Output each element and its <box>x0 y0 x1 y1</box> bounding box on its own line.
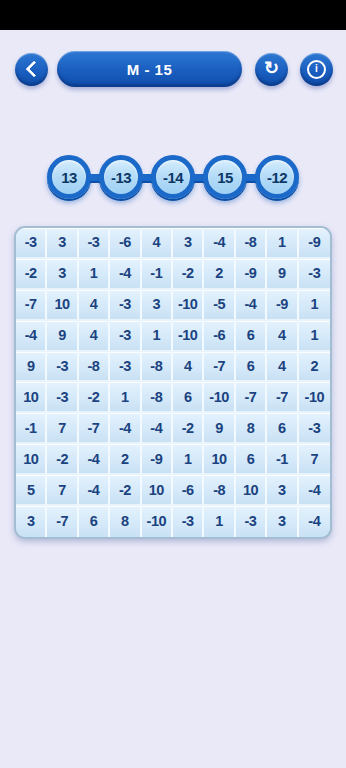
target-token[interactable]: 13 <box>47 155 91 199</box>
grid-cell[interactable]: 10 <box>16 444 47 475</box>
info-button[interactable]: i <box>300 53 333 86</box>
target-token[interactable]: -14 <box>151 155 195 199</box>
grid-cell[interactable]: -7 <box>204 352 235 383</box>
grid-cell[interactable]: 7 <box>299 444 330 475</box>
refresh-button[interactable]: ↻ <box>255 53 288 86</box>
grid-cell[interactable]: 9 <box>204 413 235 444</box>
grid-cell[interactable]: -6 <box>173 475 204 506</box>
grid-cell[interactable]: -7 <box>267 382 298 413</box>
target-value: -13 <box>111 169 131 186</box>
grid-cell[interactable]: 4 <box>79 321 110 352</box>
grid-cell[interactable]: -4 <box>79 444 110 475</box>
target-token[interactable]: 15 <box>203 155 247 199</box>
target-value: 13 <box>61 169 77 186</box>
grid-cell[interactable]: 10 <box>16 382 47 413</box>
grid-cell[interactable]: -2 <box>79 382 110 413</box>
target-token-row: 13-13-1415-12 <box>0 155 346 199</box>
grid-cell[interactable]: 9 <box>16 352 47 383</box>
header: M - 15 ↻ i <box>0 51 346 87</box>
grid-cell[interactable]: 8 <box>110 506 141 537</box>
grid-cell[interactable]: 5 <box>16 475 47 506</box>
grid-cell[interactable]: -4 <box>299 506 330 537</box>
grid-cell[interactable]: -7 <box>79 413 110 444</box>
grid-cell[interactable]: 10 <box>204 444 235 475</box>
grid-cell[interactable]: -4 <box>236 290 267 321</box>
grid-cell[interactable]: 2 <box>204 259 235 290</box>
grid-cell[interactable]: -4 <box>299 475 330 506</box>
chevron-left-icon <box>25 61 42 78</box>
grid-cell[interactable]: -4 <box>110 413 141 444</box>
app-screen: M - 15 ↻ i 13-13-1415-12 -33-3-643-4-81-… <box>0 0 346 768</box>
grid-cell[interactable]: -2 <box>110 475 141 506</box>
grid-cell[interactable]: 10 <box>47 290 78 321</box>
grid-cell[interactable]: -3 <box>79 228 110 259</box>
grid-cell[interactable]: -4 <box>16 321 47 352</box>
grid-cell[interactable]: 3 <box>47 228 78 259</box>
grid-cell[interactable]: -3 <box>299 259 330 290</box>
grid-cell[interactable]: -10 <box>299 382 330 413</box>
grid-cell[interactable]: -8 <box>142 382 173 413</box>
grid-cell[interactable]: -4 <box>79 475 110 506</box>
grid-cell[interactable]: -10 <box>173 290 204 321</box>
target-value: -12 <box>267 169 287 186</box>
grid-cell[interactable]: -3 <box>47 352 78 383</box>
level-title-pill: M - 15 <box>57 51 242 87</box>
grid-cell[interactable]: -2 <box>173 413 204 444</box>
grid-cell[interactable]: 1 <box>110 382 141 413</box>
grid-cell[interactable]: -5 <box>204 290 235 321</box>
grid-cell[interactable]: -3 <box>299 413 330 444</box>
grid-cell[interactable]: 4 <box>267 321 298 352</box>
grid-cell[interactable]: -7 <box>16 290 47 321</box>
grid-cell[interactable]: -7 <box>236 382 267 413</box>
grid-cell[interactable]: -8 <box>142 352 173 383</box>
grid-cell[interactable]: -2 <box>47 444 78 475</box>
grid-cell[interactable]: -10 <box>204 382 235 413</box>
grid-cell[interactable]: -8 <box>79 352 110 383</box>
grid-cell[interactable]: -8 <box>204 475 235 506</box>
grid-cell[interactable]: -2 <box>16 259 47 290</box>
grid-cell[interactable]: 1 <box>173 444 204 475</box>
grid-cell[interactable]: -1 <box>142 259 173 290</box>
grid-cell[interactable]: 6 <box>236 444 267 475</box>
grid-cell[interactable]: 3 <box>267 506 298 537</box>
grid-cell[interactable]: -3 <box>110 321 141 352</box>
grid-cell[interactable]: 9 <box>267 259 298 290</box>
grid-cell[interactable]: 1 <box>142 321 173 352</box>
grid-cell[interactable]: -10 <box>173 321 204 352</box>
grid-cell[interactable]: 4 <box>79 290 110 321</box>
info-icon: i <box>307 60 326 79</box>
grid-cell[interactable]: 7 <box>47 475 78 506</box>
grid-cell[interactable]: 9 <box>47 321 78 352</box>
grid-cell[interactable]: 7 <box>47 413 78 444</box>
target-token[interactable]: -12 <box>255 155 299 199</box>
grid-cell[interactable]: -10 <box>142 506 173 537</box>
grid-cell[interactable]: -6 <box>204 321 235 352</box>
grid-cell[interactable]: 3 <box>16 506 47 537</box>
target-value: 15 <box>217 169 233 186</box>
grid-cell[interactable]: 6 <box>79 506 110 537</box>
grid-cell[interactable]: 3 <box>47 259 78 290</box>
grid-cell[interactable]: 3 <box>142 290 173 321</box>
grid-cell[interactable]: -3 <box>16 228 47 259</box>
grid-cell[interactable]: 10 <box>236 475 267 506</box>
grid-cell[interactable]: 10 <box>142 475 173 506</box>
grid-cell[interactable]: 6 <box>173 382 204 413</box>
grid-cell[interactable]: -8 <box>236 228 267 259</box>
grid-cell[interactable]: -3 <box>236 506 267 537</box>
grid-cell[interactable]: -4 <box>142 413 173 444</box>
grid-cell[interactable]: 1 <box>299 290 330 321</box>
grid-cell[interactable]: -6 <box>110 228 141 259</box>
grid-cell[interactable]: -4 <box>204 228 235 259</box>
grid-cell[interactable]: -3 <box>47 382 78 413</box>
grid-cell[interactable]: -2 <box>173 259 204 290</box>
level-title: M - 15 <box>127 61 173 78</box>
grid-cell[interactable]: -1 <box>16 413 47 444</box>
grid-cell[interactable]: 1 <box>79 259 110 290</box>
grid-cell[interactable]: 3 <box>173 228 204 259</box>
grid-cell[interactable]: -1 <box>267 444 298 475</box>
back-button[interactable] <box>15 53 48 86</box>
grid-cell[interactable]: 4 <box>173 352 204 383</box>
grid-cell[interactable]: 1 <box>204 506 235 537</box>
number-grid: -33-3-643-4-81-9-231-4-1-22-99-3-7104-33… <box>14 226 332 539</box>
grid-cell[interactable]: -9 <box>236 259 267 290</box>
grid-cell[interactable]: -9 <box>299 228 330 259</box>
grid-cell[interactable]: 6 <box>236 321 267 352</box>
grid-cell[interactable]: 1 <box>299 321 330 352</box>
grid-cell[interactable]: 2 <box>110 444 141 475</box>
grid-cell[interactable]: 8 <box>236 413 267 444</box>
grid-cell[interactable]: 4 <box>142 228 173 259</box>
status-bar <box>0 0 346 30</box>
grid-cell[interactable]: 6 <box>236 352 267 383</box>
grid-cell[interactable]: -9 <box>142 444 173 475</box>
grid-cell[interactable]: -3 <box>173 506 204 537</box>
grid-cell[interactable]: -3 <box>110 290 141 321</box>
target-value: -14 <box>163 169 183 186</box>
grid-cell[interactable]: -4 <box>110 259 141 290</box>
grid-cell[interactable]: 4 <box>267 352 298 383</box>
grid-cell[interactable]: 6 <box>267 413 298 444</box>
grid-cell[interactable]: 3 <box>267 475 298 506</box>
target-token[interactable]: -13 <box>99 155 143 199</box>
grid-cell[interactable]: -3 <box>110 352 141 383</box>
grid-cell[interactable]: 1 <box>267 228 298 259</box>
grid-cell[interactable]: -7 <box>47 506 78 537</box>
refresh-icon: ↻ <box>264 59 279 77</box>
grid-cell[interactable]: 2 <box>299 352 330 383</box>
grid-cell[interactable]: -9 <box>267 290 298 321</box>
